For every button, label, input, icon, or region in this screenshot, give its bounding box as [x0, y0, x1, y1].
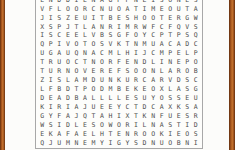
grid-cell[interactable]: B [191, 67, 200, 76]
grid-cell[interactable]: G [115, 139, 124, 148]
grid-cell[interactable]: V [89, 31, 98, 40]
grid-cell[interactable]: B [72, 94, 81, 103]
grid-cell[interactable]: A [72, 76, 81, 85]
grid-cell[interactable]: I [191, 139, 200, 148]
grid-cell[interactable]: A [55, 49, 64, 58]
grid-cell[interactable]: S [47, 22, 56, 31]
grid-cell[interactable]: A [55, 130, 64, 139]
grid-cell[interactable]: P [191, 49, 200, 58]
grid-cell[interactable]: D [140, 58, 149, 67]
grid-cell[interactable]: P [55, 22, 64, 31]
grid-cell[interactable]: I [55, 121, 64, 130]
grid-cell[interactable]: E [81, 139, 90, 148]
grid-cell[interactable]: I [115, 112, 124, 121]
grid-cell[interactable]: R [132, 76, 141, 85]
grid-cell[interactable]: E [174, 58, 183, 67]
grid-cell[interactable]: T [132, 4, 141, 13]
grid-cell[interactable]: F [115, 58, 124, 67]
grid-cell[interactable]: K [174, 103, 183, 112]
grid-cell[interactable]: I [132, 121, 141, 130]
grid-cell[interactable]: T [72, 85, 81, 94]
grid-cell[interactable]: F [47, 4, 56, 13]
grid-cell[interactable]: K [157, 130, 166, 139]
grid-cell[interactable]: E [183, 94, 192, 103]
grid-cell[interactable]: P [47, 40, 56, 49]
grid-cell[interactable]: T [98, 13, 107, 22]
grid-cell[interactable]: D [64, 121, 73, 130]
grid-cell[interactable]: S [166, 121, 175, 130]
grid-cell[interactable]: E [123, 58, 132, 67]
grid-cell[interactable]: E [81, 130, 90, 139]
grid-cell[interactable]: T [106, 130, 115, 139]
grid-cell[interactable]: O [166, 139, 175, 148]
grid-cell[interactable]: O [191, 58, 200, 67]
grid-cell[interactable]: V [183, 22, 192, 31]
grid-cell[interactable]: K [115, 40, 124, 49]
grid-cell[interactable]: D [98, 85, 107, 94]
grid-cell[interactable]: I [38, 31, 47, 40]
grid-cell[interactable]: O [140, 13, 149, 22]
grid-cell[interactable]: E [72, 13, 81, 22]
grid-cell[interactable]: R [98, 67, 107, 76]
grid-cell[interactable]: L [115, 49, 124, 58]
grid-cell[interactable]: A [191, 4, 200, 13]
grid-cell[interactable]: N [183, 139, 192, 148]
grid-cell[interactable]: B [106, 13, 115, 22]
grid-cell[interactable]: L [81, 31, 90, 40]
grid-cell[interactable]: J [64, 22, 73, 31]
grid-cell[interactable]: N [98, 4, 107, 13]
grid-cell[interactable]: V [64, 40, 73, 49]
grid-cell[interactable]: U [174, 4, 183, 13]
grid-cell[interactable]: I [55, 40, 64, 49]
grid-cell[interactable]: G [191, 85, 200, 94]
grid-cell[interactable]: S [191, 22, 200, 31]
grid-cell[interactable]: U [123, 76, 132, 85]
grid-cell[interactable]: I [115, 22, 124, 31]
grid-cell[interactable]: H [132, 13, 141, 22]
grid-cell[interactable]: Y [123, 139, 132, 148]
grid-cell[interactable]: T [166, 31, 175, 40]
grid-cell[interactable]: R [81, 4, 90, 13]
grid-cell[interactable]: R [55, 67, 64, 76]
grid-cell[interactable]: B [115, 85, 124, 94]
grid-cell[interactable]: U [149, 40, 158, 49]
grid-cell[interactable]: Q [72, 49, 81, 58]
grid-cell[interactable]: Y [149, 94, 158, 103]
grid-cell[interactable]: E [123, 94, 132, 103]
grid-cell[interactable]: P [174, 31, 183, 40]
grid-cell[interactable]: H [123, 49, 132, 58]
grid-cell[interactable]: E [47, 94, 56, 103]
grid-cell[interactable]: L [115, 94, 124, 103]
grid-cell[interactable]: A [89, 49, 98, 58]
grid-cell[interactable]: V [106, 40, 115, 49]
grid-cell[interactable]: T [72, 22, 81, 31]
grid-cell[interactable]: E [115, 130, 124, 139]
grid-cell[interactable]: E [106, 103, 115, 112]
grid-cell[interactable]: K [38, 103, 47, 112]
grid-cell[interactable]: N [149, 139, 158, 148]
grid-cell[interactable]: U [98, 76, 107, 85]
grid-cell[interactable]: O [98, 58, 107, 67]
grid-cell[interactable]: X [166, 103, 175, 112]
grid-cell[interactable]: C [191, 76, 200, 85]
grid-cell[interactable]: U [38, 49, 47, 58]
grid-cell[interactable]: U [140, 94, 149, 103]
grid-cell[interactable]: A [157, 121, 166, 130]
grid-cell[interactable]: T [38, 67, 47, 76]
grid-cell[interactable]: E [174, 112, 183, 121]
grid-cell[interactable]: J [81, 103, 90, 112]
grid-cell[interactable]: O [166, 4, 175, 13]
grid-cell[interactable]: T [81, 58, 90, 67]
grid-cell[interactable]: S [191, 130, 200, 139]
grid-cell[interactable]: O [140, 130, 149, 139]
grid-cell[interactable]: G [183, 13, 192, 22]
grid-cell[interactable]: S [123, 13, 132, 22]
grid-cell[interactable]: I [89, 13, 98, 22]
grid-cell[interactable]: N [132, 40, 141, 49]
grid-cell[interactable]: M [106, 85, 115, 94]
grid-cell[interactable]: H [106, 112, 115, 121]
grid-cell[interactable]: S [98, 40, 107, 49]
grid-cell[interactable]: L [140, 121, 149, 130]
grid-cell[interactable]: E [38, 130, 47, 139]
grid-cell[interactable]: C [72, 58, 81, 67]
grid-cell[interactable]: S [47, 121, 56, 130]
grid-cell[interactable]: R [174, 67, 183, 76]
grid-cell[interactable]: Y [98, 139, 107, 148]
grid-cell[interactable]: L [157, 67, 166, 76]
grid-cell[interactable]: O [149, 13, 158, 22]
grid-cell[interactable]: S [47, 31, 56, 40]
grid-cell[interactable]: N [89, 58, 98, 67]
grid-cell[interactable]: X [38, 22, 47, 31]
grid-cell[interactable]: I [106, 139, 115, 148]
grid-cell[interactable]: S [55, 76, 64, 85]
grid-cell[interactable]: N [123, 130, 132, 139]
grid-cell[interactable]: U [157, 139, 166, 148]
grid-cell[interactable]: T [81, 40, 90, 49]
grid-cell[interactable]: P [81, 85, 90, 94]
grid-cell[interactable]: A [89, 22, 98, 31]
grid-cell[interactable]: X [157, 85, 166, 94]
grid-cell[interactable]: D [140, 139, 149, 148]
grid-cell[interactable]: F [55, 112, 64, 121]
grid-cell[interactable]: O [149, 130, 158, 139]
grid-cell[interactable]: F [115, 67, 124, 76]
grid-cell[interactable]: O [157, 94, 166, 103]
grid-cell[interactable]: L [149, 58, 158, 67]
grid-cell[interactable]: R [174, 13, 183, 22]
grid-cell[interactable]: T [174, 121, 183, 130]
grid-cell[interactable]: A [98, 112, 107, 121]
grid-cell[interactable]: R [191, 112, 200, 121]
grid-cell[interactable]: M [106, 49, 115, 58]
grid-cell[interactable]: R [157, 76, 166, 85]
grid-cell[interactable]: I [64, 103, 73, 112]
grid-cell[interactable]: J [38, 13, 47, 22]
grid-cell[interactable]: K [132, 85, 141, 94]
grid-cell[interactable]: B [174, 139, 183, 148]
grid-cell[interactable]: A [166, 67, 175, 76]
grid-cell[interactable]: R [132, 130, 141, 139]
grid-cell[interactable]: L [38, 85, 47, 94]
grid-cell[interactable]: Q [191, 31, 200, 40]
grid-cell[interactable]: F [166, 22, 175, 31]
grid-cell[interactable]: B [55, 85, 64, 94]
grid-cell[interactable]: C [149, 103, 158, 112]
grid-cell[interactable]: E [89, 67, 98, 76]
grid-cell[interactable]: Y [140, 31, 149, 40]
grid-cell[interactable]: S [132, 139, 141, 148]
grid-cell[interactable]: N [72, 139, 81, 148]
grid-cell[interactable]: L [89, 130, 98, 139]
grid-cell[interactable]: E [115, 13, 124, 22]
grid-cell[interactable]: K [115, 76, 124, 85]
grid-cell[interactable]: X [123, 112, 132, 121]
grid-cell[interactable]: C [89, 4, 98, 13]
grid-cell[interactable]: O [183, 67, 192, 76]
grid-cell[interactable]: I [47, 76, 56, 85]
grid-cell[interactable]: R [47, 58, 56, 67]
grid-cell[interactable]: O [132, 67, 141, 76]
grid-cell[interactable]: O [183, 130, 192, 139]
grid-cell[interactable]: U [191, 94, 200, 103]
grid-cell[interactable]: C [98, 49, 107, 58]
grid-cell[interactable]: S [174, 94, 183, 103]
grid-cell[interactable]: E [106, 67, 115, 76]
grid-cell[interactable]: O [115, 121, 124, 130]
grid-cell[interactable]: G [47, 49, 56, 58]
grid-cell[interactable]: A [55, 94, 64, 103]
grid-cell[interactable]: N [98, 22, 107, 31]
grid-cell[interactable]: N [106, 76, 115, 85]
grid-cell[interactable]: T [38, 58, 47, 67]
grid-cell[interactable]: O [64, 4, 73, 13]
grid-cell[interactable]: H [98, 130, 107, 139]
grid-cell[interactable]: N [132, 58, 141, 67]
grid-cell[interactable]: B [98, 31, 107, 40]
grid-cell[interactable]: Q [38, 40, 47, 49]
grid-cell[interactable]: C [166, 40, 175, 49]
grid-cell[interactable]: A [72, 103, 81, 112]
grid-cell[interactable]: N [64, 67, 73, 76]
grid-cell[interactable]: O [89, 40, 98, 49]
grid-cell[interactable]: O [72, 40, 81, 49]
grid-cell[interactable]: N [149, 67, 158, 76]
grid-cell[interactable]: E [123, 85, 132, 94]
grid-cell[interactable]: A [157, 103, 166, 112]
grid-cell[interactable]: T [89, 112, 98, 121]
grid-cell[interactable]: G [115, 31, 124, 40]
grid-cell[interactable]: C [157, 22, 166, 31]
grid-cell[interactable]: O [72, 67, 81, 76]
grid-cell[interactable]: Y [47, 112, 56, 121]
grid-cell[interactable]: O [89, 85, 98, 94]
grid-cell[interactable]: C [140, 76, 149, 85]
grid-cell[interactable]: A [64, 112, 73, 121]
grid-cell[interactable]: I [47, 13, 56, 22]
grid-cell[interactable]: E [98, 103, 107, 112]
grid-cell[interactable]: L [55, 4, 64, 13]
grid-cell[interactable]: L [98, 94, 107, 103]
grid-cell[interactable]: I [157, 58, 166, 67]
grid-cell[interactable]: A [81, 94, 90, 103]
grid-cell[interactable]: F [149, 22, 158, 31]
grid-cell[interactable]: E [166, 13, 175, 22]
grid-cell[interactable]: F [123, 31, 132, 40]
grid-cell[interactable]: Z [38, 76, 47, 85]
grid-cell[interactable]: A [123, 4, 132, 13]
grid-cell[interactable]: K [140, 112, 149, 121]
grid-cell[interactable]: M [149, 4, 158, 13]
grid-cell[interactable]: F [64, 130, 73, 139]
grid-cell[interactable]: N [81, 49, 90, 58]
grid-cell[interactable]: W [140, 22, 149, 31]
grid-cell[interactable]: U [47, 67, 56, 76]
grid-cell[interactable]: L [89, 94, 98, 103]
grid-cell[interactable]: A [72, 130, 81, 139]
grid-cell[interactable]: J [47, 139, 56, 148]
grid-cell[interactable]: S [132, 94, 141, 103]
grid-cell[interactable]: R [55, 103, 64, 112]
grid-cell[interactable]: S [166, 94, 175, 103]
grid-cell[interactable]: Q [38, 139, 47, 148]
grid-cell[interactable]: M [123, 22, 132, 31]
grid-cell[interactable]: W [38, 121, 47, 130]
grid-cell[interactable]: I [140, 4, 149, 13]
grid-cell[interactable]: S [183, 112, 192, 121]
grid-cell[interactable]: K [47, 130, 56, 139]
grid-cell[interactable]: E [81, 121, 90, 130]
grid-cell[interactable]: O [115, 4, 124, 13]
grid-cell[interactable]: L [106, 94, 115, 103]
grid-cell[interactable]: E [157, 4, 166, 13]
grid-cell[interactable]: T [132, 103, 141, 112]
grid-cell[interactable]: O [149, 85, 158, 94]
grid-cell[interactable]: L [81, 22, 90, 31]
grid-cell[interactable]: L [64, 76, 73, 85]
grid-cell[interactable]: P [183, 58, 192, 67]
grid-cell[interactable]: U [64, 49, 73, 58]
grid-cell[interactable]: S [89, 121, 98, 130]
grid-cell[interactable]: D [89, 76, 98, 85]
grid-cell[interactable]: U [81, 13, 90, 22]
grid-cell[interactable]: N [149, 112, 158, 121]
grid-cell[interactable]: L [183, 49, 192, 58]
grid-cell[interactable]: Y [115, 103, 124, 112]
grid-cell[interactable]: U [55, 139, 64, 148]
grid-cell[interactable]: O [140, 67, 149, 76]
grid-cell[interactable]: C [123, 103, 132, 112]
grid-cell[interactable]: D [38, 94, 47, 103]
grid-cell[interactable]: I [183, 121, 192, 130]
grid-cell[interactable]: Z [64, 13, 73, 22]
grid-cell[interactable]: E [174, 49, 183, 58]
grid-cell[interactable]: S [183, 31, 192, 40]
grid-cell[interactable]: U [89, 103, 98, 112]
grid-cell[interactable]: V [81, 67, 90, 76]
grid-cell[interactable]: U [166, 112, 175, 121]
grid-cell[interactable]: S [183, 103, 192, 112]
grid-cell[interactable]: D [174, 76, 183, 85]
grid-cell[interactable]: N [149, 121, 158, 130]
grid-cell[interactable]: J [140, 49, 149, 58]
grid-cell[interactable]: S [55, 13, 64, 22]
grid-cell[interactable]: C [191, 40, 200, 49]
grid-cell[interactable]: T [157, 13, 166, 22]
grid-cell[interactable]: A [191, 103, 200, 112]
grid-cell[interactable]: U [55, 58, 64, 67]
grid-cell[interactable]: V [166, 76, 175, 85]
grid-cell[interactable]: G [38, 112, 47, 121]
grid-cell[interactable]: R [106, 58, 115, 67]
grid-cell[interactable]: S [183, 85, 192, 94]
grid-cell[interactable]: W [191, 13, 200, 22]
grid-cell[interactable]: W [106, 121, 115, 130]
grid-cell[interactable]: U [106, 4, 115, 13]
grid-cell[interactable]: I [47, 103, 56, 112]
grid-cell[interactable]: M [140, 40, 149, 49]
grid-cell[interactable]: F [47, 85, 56, 94]
grid-cell[interactable]: R [123, 121, 132, 130]
grid-cell[interactable]: O [132, 31, 141, 40]
grid-cell[interactable]: Q [174, 22, 183, 31]
grid-cell[interactable]: O [98, 121, 107, 130]
grid-cell[interactable]: I [166, 130, 175, 139]
grid-cell[interactable]: C [149, 49, 158, 58]
grid-cell[interactable]: D [183, 40, 192, 49]
grid-cell[interactable]: P [157, 31, 166, 40]
grid-cell[interactable]: M [157, 49, 166, 58]
grid-cell[interactable]: M [64, 139, 73, 148]
grid-cell[interactable]: S [106, 31, 115, 40]
grid-cell[interactable]: A [149, 76, 158, 85]
grid-cell[interactable]: D [64, 85, 73, 94]
grid-cell[interactable]: M [89, 139, 98, 148]
grid-cell[interactable]: R [106, 22, 115, 31]
grid-cell[interactable]: E [64, 31, 73, 40]
grid-cell[interactable]: F [157, 112, 166, 121]
grid-cell[interactable]: S [183, 76, 192, 85]
grid-cell[interactable]: T [123, 40, 132, 49]
grid-cell[interactable]: T [183, 4, 192, 13]
grid-cell[interactable]: S [123, 67, 132, 76]
grid-cell[interactable]: E [174, 130, 183, 139]
grid-cell[interactable]: T [132, 112, 141, 121]
grid-cell[interactable]: I [132, 49, 141, 58]
grid-cell[interactable]: L [72, 121, 81, 130]
grid-cell[interactable]: D [191, 121, 200, 130]
grid-cell[interactable]: O [72, 4, 81, 13]
grid-cell[interactable]: D [140, 103, 149, 112]
grid-cell[interactable]: J [72, 112, 81, 121]
grid-cell[interactable]: A [174, 40, 183, 49]
grid-cell[interactable]: N [166, 58, 175, 67]
grid-cell[interactable]: D [64, 94, 73, 103]
grid-cell[interactable]: O [64, 58, 73, 67]
grid-cell[interactable]: L [166, 85, 175, 94]
grid-cell[interactable]: A [157, 40, 166, 49]
grid-cell[interactable]: C [55, 31, 64, 40]
grid-cell[interactable]: C [149, 31, 158, 40]
grid-cell[interactable]: A [174, 85, 183, 94]
grid-cell[interactable]: R [132, 22, 141, 31]
grid-cell[interactable]: M [81, 76, 90, 85]
grid-cell[interactable]: E [72, 31, 81, 40]
